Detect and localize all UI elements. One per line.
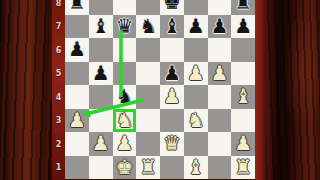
square-b8	[89, 0, 113, 15]
square-c7: ♛	[113, 15, 137, 39]
white-pawn-f5: ♟	[187, 62, 205, 86]
rank-label-8: 8	[52, 0, 65, 8]
square-f5: ♟	[184, 62, 208, 86]
square-c6	[113, 38, 137, 62]
rank-label-1: 1	[52, 163, 65, 172]
square-c4: ♞	[113, 85, 137, 109]
square-e3	[160, 109, 184, 133]
square-g1	[208, 156, 232, 180]
square-d8	[136, 0, 160, 15]
rank-label-3: 3	[52, 116, 65, 125]
black-rook-a8: ♜	[68, 0, 86, 15]
square-b5: ♟	[89, 62, 113, 86]
square-b4	[89, 85, 113, 109]
square-g5: ♟	[208, 62, 232, 86]
square-d4	[136, 85, 160, 109]
square-d2	[136, 132, 160, 156]
square-f7: ♟	[184, 15, 208, 39]
black-knight-c4: ♞	[115, 85, 133, 109]
white-knight-f3: ♞	[187, 109, 205, 133]
square-e7: ♝	[160, 15, 184, 39]
square-d1: ♜	[136, 156, 160, 180]
square-a2	[65, 132, 89, 156]
white-bishop-h4: ♝	[234, 85, 252, 109]
white-pawn-a3: ♟	[68, 109, 86, 133]
black-king-e8: ♚	[163, 0, 181, 15]
square-c5	[113, 62, 137, 86]
square-g2	[208, 132, 232, 156]
square-h8: ♜	[231, 0, 255, 15]
square-b1	[89, 156, 113, 180]
black-pawn-b5: ♟	[92, 62, 110, 86]
white-rook-h1: ♜	[234, 156, 252, 180]
square-g4	[208, 85, 232, 109]
white-pawn-e4: ♟	[163, 85, 181, 109]
square-a7	[65, 15, 89, 39]
square-e1	[160, 156, 184, 180]
square-g7: ♟	[208, 15, 232, 39]
square-f6	[184, 38, 208, 62]
square-a5	[65, 62, 89, 86]
black-pawn-g7: ♟	[210, 15, 228, 39]
black-pawn-h7: ♟	[234, 15, 252, 39]
square-d5	[136, 62, 160, 86]
square-a3: ♟	[65, 109, 89, 133]
square-h6	[231, 38, 255, 62]
square-h4: ♝	[231, 85, 255, 109]
square-g6	[208, 38, 232, 62]
square-f4	[184, 85, 208, 109]
black-knight-d7: ♞	[139, 15, 157, 39]
white-pawn-h2: ♟	[234, 132, 252, 156]
board-frame-right	[255, 0, 266, 180]
rank-label-7: 7	[52, 22, 65, 31]
white-pawn-g5: ♟	[210, 62, 228, 86]
square-h7: ♟	[231, 15, 255, 39]
square-e6	[160, 38, 184, 62]
black-queen-c7: ♛	[115, 15, 133, 39]
square-a1	[65, 156, 89, 180]
wood-background-right	[266, 0, 320, 180]
square-c1: ♚	[113, 156, 137, 180]
square-h2: ♟	[231, 132, 255, 156]
rank-label-2: 2	[52, 140, 65, 149]
square-h3	[231, 109, 255, 133]
square-e5: ♟	[160, 62, 184, 86]
white-pawn-b2: ♟	[92, 132, 110, 156]
square-b7: ♝	[89, 15, 113, 39]
square-c2: ♟	[113, 132, 137, 156]
chess-board: ♜♚♜♝♛♞♝♟♟♟♟♟♟♟♟♞♟♝♟♞♞♟♟♛♟♚♜♝♜	[65, 0, 255, 179]
square-e4: ♟	[160, 85, 184, 109]
board-frame-left: 87654321	[52, 0, 65, 180]
black-bishop-e7: ♝	[163, 15, 181, 39]
rank-label-4: 4	[52, 93, 65, 102]
white-king-c1: ♚	[115, 156, 133, 180]
square-b3	[89, 109, 113, 133]
black-pawn-e5: ♟	[163, 62, 181, 86]
square-e2: ♛	[160, 132, 184, 156]
square-f8	[184, 0, 208, 15]
square-b6	[89, 38, 113, 62]
white-rook-d1: ♜	[139, 156, 157, 180]
square-d3	[136, 109, 160, 133]
square-e8: ♚	[160, 0, 184, 15]
square-f1: ♝	[184, 156, 208, 180]
black-bishop-b7: ♝	[92, 15, 110, 39]
wood-background-left	[0, 0, 52, 180]
square-f2	[184, 132, 208, 156]
square-f3: ♞	[184, 109, 208, 133]
square-c3: ♞	[113, 109, 137, 133]
white-queen-e2: ♛	[163, 132, 181, 156]
square-g3	[208, 109, 232, 133]
square-d7: ♞	[136, 15, 160, 39]
square-a8: ♜	[65, 0, 89, 15]
square-h5	[231, 62, 255, 86]
video-frame: { "game": "chess", "position": { "fen": …	[0, 0, 320, 180]
black-rook-h8: ♜	[234, 0, 252, 15]
white-pawn-c2: ♟	[115, 132, 133, 156]
square-d6	[136, 38, 160, 62]
square-h1: ♜	[231, 156, 255, 180]
square-a6: ♟	[65, 38, 89, 62]
square-c8	[113, 0, 137, 15]
square-b2: ♟	[89, 132, 113, 156]
black-pawn-a6: ♟	[68, 38, 86, 62]
square-g8	[208, 0, 232, 15]
black-pawn-f7: ♟	[187, 15, 205, 39]
white-bishop-f1: ♝	[187, 156, 205, 180]
rank-label-6: 6	[52, 46, 65, 55]
rank-label-5: 5	[52, 69, 65, 78]
white-knight-c3: ♞	[115, 109, 133, 133]
square-a4	[65, 85, 89, 109]
